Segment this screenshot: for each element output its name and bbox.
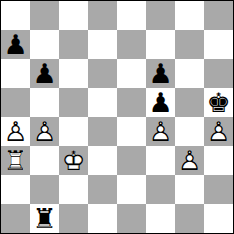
square-a7[interactable]: ♟ [1,30,30,59]
square-f7[interactable] [146,30,175,59]
square-a6[interactable] [1,59,30,88]
square-b5[interactable] [30,88,59,117]
square-h1[interactable] [204,204,233,233]
piece-white-pawn[interactable]: ♟♙ [146,117,175,146]
square-c5[interactable] [59,88,88,117]
square-d8[interactable] [88,1,117,30]
square-e1[interactable] [117,204,146,233]
square-e8[interactable] [117,1,146,30]
square-g6[interactable] [175,59,204,88]
square-d1[interactable] [88,204,117,233]
square-f8[interactable] [146,1,175,30]
chess-board: ♟♟♟♟♚♟♙♟♙♟♙♟♙♜♖♚♔♟♙♜ [0,0,234,234]
square-d6[interactable] [88,59,117,88]
square-h6[interactable] [204,59,233,88]
square-g2[interactable] [175,175,204,204]
piece-black-pawn[interactable]: ♟ [146,88,175,117]
square-a1[interactable] [1,204,30,233]
square-e4[interactable] [117,117,146,146]
square-g5[interactable] [175,88,204,117]
square-c3[interactable]: ♚♔ [59,146,88,175]
square-g3[interactable]: ♟♙ [175,146,204,175]
piece-white-king[interactable]: ♚♔ [59,146,88,175]
piece-black-pawn[interactable]: ♟ [146,59,175,88]
square-a8[interactable] [1,1,30,30]
square-c1[interactable] [59,204,88,233]
square-h7[interactable] [204,30,233,59]
square-f5[interactable]: ♟ [146,88,175,117]
square-h5[interactable]: ♚ [204,88,233,117]
square-c7[interactable] [59,30,88,59]
square-d7[interactable] [88,30,117,59]
square-h4[interactable]: ♟♙ [204,117,233,146]
square-a5[interactable] [1,88,30,117]
square-b1[interactable]: ♜ [30,204,59,233]
piece-black-pawn[interactable]: ♟ [1,30,30,59]
square-h2[interactable] [204,175,233,204]
square-d2[interactable] [88,175,117,204]
square-b6[interactable]: ♟ [30,59,59,88]
square-b8[interactable] [30,1,59,30]
square-d5[interactable] [88,88,117,117]
piece-white-pawn[interactable]: ♟♙ [30,117,59,146]
square-f4[interactable]: ♟♙ [146,117,175,146]
square-d3[interactable] [88,146,117,175]
square-c6[interactable] [59,59,88,88]
square-a2[interactable] [1,175,30,204]
piece-black-rook[interactable]: ♜ [30,204,59,233]
square-d4[interactable] [88,117,117,146]
piece-black-pawn[interactable]: ♟ [30,59,59,88]
piece-white-pawn[interactable]: ♟♙ [1,117,30,146]
square-f6[interactable]: ♟ [146,59,175,88]
square-f3[interactable] [146,146,175,175]
piece-white-pawn[interactable]: ♟♙ [204,117,233,146]
square-e7[interactable] [117,30,146,59]
square-a4[interactable]: ♟♙ [1,117,30,146]
square-b7[interactable] [30,30,59,59]
square-b2[interactable] [30,175,59,204]
piece-black-king[interactable]: ♚ [204,88,233,117]
square-h3[interactable] [204,146,233,175]
piece-white-pawn[interactable]: ♟♙ [175,146,204,175]
square-f1[interactable] [146,204,175,233]
square-c2[interactable] [59,175,88,204]
square-e5[interactable] [117,88,146,117]
piece-white-rook[interactable]: ♜♖ [1,146,30,175]
square-g4[interactable] [175,117,204,146]
square-c8[interactable] [59,1,88,30]
square-e6[interactable] [117,59,146,88]
square-g1[interactable] [175,204,204,233]
square-e3[interactable] [117,146,146,175]
square-c4[interactable] [59,117,88,146]
square-g8[interactable] [175,1,204,30]
square-h8[interactable] [204,1,233,30]
square-f2[interactable] [146,175,175,204]
square-a3[interactable]: ♜♖ [1,146,30,175]
square-b4[interactable]: ♟♙ [30,117,59,146]
square-e2[interactable] [117,175,146,204]
square-g7[interactable] [175,30,204,59]
square-b3[interactable] [30,146,59,175]
